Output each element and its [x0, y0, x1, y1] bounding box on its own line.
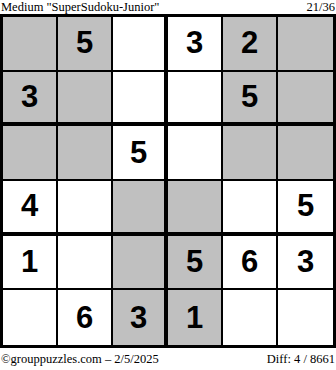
cell-r5c3[interactable] — [113, 236, 168, 291]
cell-r6c3: 3 — [113, 290, 168, 345]
copyright-text: ©grouppuzzles.com – 2/5/2025 — [1, 352, 159, 367]
cell-r5c1: 1 — [3, 236, 58, 291]
puzzle-page: Medium "SuperSudoku-Junior" 21/36 532355… — [0, 0, 336, 370]
board: 532355451563631 — [0, 14, 336, 348]
progress-counter: 21/36 — [307, 1, 335, 14]
cell-r4c6: 5 — [278, 181, 333, 236]
cell-r3c2[interactable] — [58, 126, 113, 181]
cell-r3c4[interactable] — [168, 126, 223, 181]
cell-r2c3[interactable] — [113, 72, 168, 127]
cell-r1c4: 3 — [168, 17, 223, 72]
cell-r6c4: 1 — [168, 290, 223, 345]
cell-r4c2[interactable] — [58, 181, 113, 236]
cell-r1c3[interactable] — [113, 17, 168, 72]
difficulty-text: Diff: 4 / 8661 — [267, 352, 335, 367]
cell-r6c6[interactable] — [278, 290, 333, 345]
cell-r6c1[interactable] — [3, 290, 58, 345]
header: Medium "SuperSudoku-Junior" 21/36 — [0, 0, 336, 14]
cell-r3c6[interactable] — [278, 126, 333, 181]
cell-r3c3: 5 — [113, 126, 168, 181]
cell-r2c1: 3 — [3, 72, 58, 127]
cell-r4c3[interactable] — [113, 181, 168, 236]
cell-r2c6[interactable] — [278, 72, 333, 127]
cell-r5c4: 5 — [168, 236, 223, 291]
cell-r5c2[interactable] — [58, 236, 113, 291]
cell-r1c6[interactable] — [278, 17, 333, 72]
cell-r4c4[interactable] — [168, 181, 223, 236]
cell-r3c5[interactable] — [223, 126, 278, 181]
cell-r4c1: 4 — [3, 181, 58, 236]
cell-r6c5[interactable] — [223, 290, 278, 345]
cell-r3c1[interactable] — [3, 126, 58, 181]
cell-r5c5: 6 — [223, 236, 278, 291]
cell-r4c5[interactable] — [223, 181, 278, 236]
puzzle-title: Medium "SuperSudoku-Junior" — [1, 1, 159, 14]
cell-r1c2: 5 — [58, 17, 113, 72]
cell-r5c6: 3 — [278, 236, 333, 291]
cell-r2c5: 5 — [223, 72, 278, 127]
cell-r2c4[interactable] — [168, 72, 223, 127]
cell-r1c1[interactable] — [3, 17, 58, 72]
cell-r6c2: 6 — [58, 290, 113, 345]
footer: ©grouppuzzles.com – 2/5/2025 Diff: 4 / 8… — [0, 348, 336, 370]
cell-r2c2[interactable] — [58, 72, 113, 127]
cell-r1c5: 2 — [223, 17, 278, 72]
